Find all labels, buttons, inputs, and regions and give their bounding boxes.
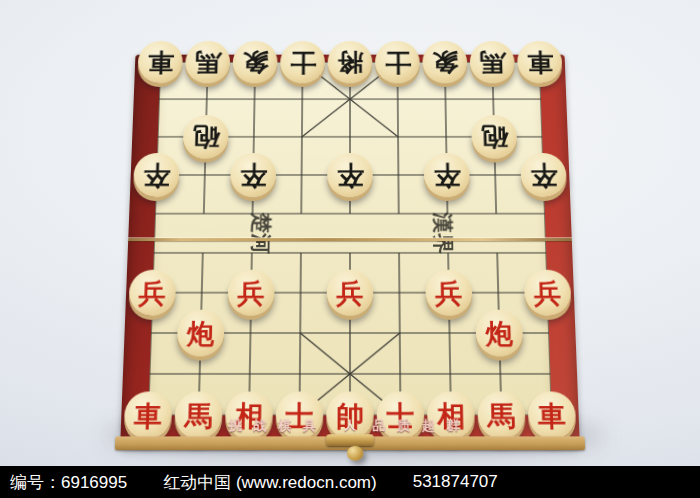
piece-black-elephant: 象 xyxy=(232,41,277,83)
piece-character: 馬 xyxy=(194,50,221,75)
piece-red-cannon: 炮 xyxy=(177,310,225,357)
xiangqi-board: 楚河 漢界 車馬象士將士象馬車砲砲卒卒卒卒卒兵兵兵兵兵炮炮車馬相士帥士相馬車 挑… xyxy=(120,55,580,449)
piece-character: 兵 xyxy=(138,279,166,306)
piece-character: 炮 xyxy=(187,319,215,346)
piece-black-elephant: 象 xyxy=(422,41,467,83)
image-number: 531874707 xyxy=(413,472,498,492)
piece-character: 士 xyxy=(289,50,315,75)
watermark-caption-bar: 编号：6916995 红动中国 (www.redocn.com) 5318747… xyxy=(0,466,700,498)
piece-character: 卒 xyxy=(530,162,558,188)
frame-slogan-band: 挑战棋具 人 品质超群 xyxy=(121,414,580,436)
piece-character: 兵 xyxy=(435,279,463,306)
brass-clasp-plate xyxy=(326,434,374,446)
piece-character: 卒 xyxy=(240,162,267,188)
piece-character: 砲 xyxy=(481,124,508,150)
piece-character: 炮 xyxy=(485,319,513,346)
piece-character: 象 xyxy=(242,50,269,75)
piece-black-chariot: 車 xyxy=(137,41,183,83)
piece-character: 士 xyxy=(384,50,410,75)
site-name: 红动中国 (www.redocn.com) xyxy=(163,471,376,494)
piece-red-soldier: 兵 xyxy=(524,270,572,316)
piece-character: 將 xyxy=(337,50,363,75)
piece-red-soldier: 兵 xyxy=(227,270,274,316)
piece-black-soldier: 卒 xyxy=(424,153,470,197)
slogan-left: 挑战棋具 xyxy=(229,416,328,435)
piece-black-soldier: 卒 xyxy=(133,153,180,197)
piece-character: 象 xyxy=(432,50,459,75)
board-red-frame: 楚河 漢界 車馬象士將士象馬車砲砲卒卒卒卒卒兵兵兵兵兵炮炮車馬相士帥士相馬車 挑… xyxy=(120,55,580,449)
stock-photo-page: 楚河 漢界 車馬象士將士象馬車砲砲卒卒卒卒卒兵兵兵兵兵炮炮車馬相士帥士相馬車 挑… xyxy=(0,0,700,498)
image-id: 编号：6916995 xyxy=(10,471,127,494)
pieces-layer: 車馬象士將士象馬車砲砲卒卒卒卒卒兵兵兵兵兵炮炮車馬相士帥士相馬車 xyxy=(148,62,552,415)
piece-red-soldier: 兵 xyxy=(128,270,176,316)
piece-character: 兵 xyxy=(534,279,562,306)
piece-black-chariot: 車 xyxy=(517,41,563,83)
piece-character: 車 xyxy=(147,50,174,75)
piece-character: 馬 xyxy=(479,50,506,75)
piece-character: 兵 xyxy=(237,279,265,306)
piece-character: 卒 xyxy=(143,162,171,188)
piece-black-advisor: 士 xyxy=(280,41,325,83)
brass-clasp-knob xyxy=(347,446,364,461)
photo-area: 楚河 漢界 車馬象士將士象馬車砲砲卒卒卒卒卒兵兵兵兵兵炮炮車馬相士帥士相馬車 挑… xyxy=(0,0,700,466)
piece-character: 兵 xyxy=(336,279,363,306)
piece-black-soldier: 卒 xyxy=(520,153,567,197)
piece-black-soldier: 卒 xyxy=(327,153,373,197)
slogan-right: 品质超群 xyxy=(372,416,471,435)
piece-character: 卒 xyxy=(433,162,460,188)
piece-black-soldier: 卒 xyxy=(230,153,276,197)
piece-black-cannon: 砲 xyxy=(183,115,229,159)
piece-character: 卒 xyxy=(337,162,364,188)
piece-character: 砲 xyxy=(192,124,219,150)
brand-logo: 人 xyxy=(344,418,355,434)
piece-black-horse: 馬 xyxy=(470,41,516,83)
piece-red-cannon: 炮 xyxy=(475,310,523,357)
piece-red-soldier: 兵 xyxy=(425,270,472,316)
piece-black-cannon: 砲 xyxy=(471,115,517,159)
piece-black-advisor: 士 xyxy=(375,41,420,83)
piece-black-general: 將 xyxy=(328,41,373,83)
piece-black-horse: 馬 xyxy=(185,41,231,83)
piece-character: 車 xyxy=(526,50,553,75)
piece-red-soldier: 兵 xyxy=(327,270,374,316)
